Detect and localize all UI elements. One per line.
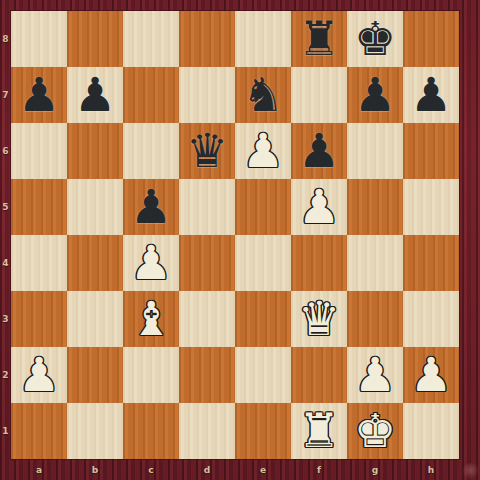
square-f4[interactable] [291, 235, 347, 291]
square-g2[interactable]: ♟ [347, 347, 403, 403]
square-b6[interactable] [67, 123, 123, 179]
square-a1[interactable] [11, 403, 67, 459]
file-label-e: e [235, 459, 291, 480]
square-e4[interactable] [235, 235, 291, 291]
square-d4[interactable] [179, 235, 235, 291]
piece-black-pawn[interactable]: ♟ [74, 71, 116, 118]
piece-black-pawn[interactable]: ♟ [354, 71, 396, 118]
square-d5[interactable] [179, 179, 235, 235]
square-h7[interactable]: ♟ [403, 67, 459, 123]
piece-white-rook[interactable]: ♜ [298, 407, 340, 454]
square-d2[interactable] [179, 347, 235, 403]
piece-black-rook[interactable]: ♜ [298, 15, 340, 62]
square-h6[interactable] [403, 123, 459, 179]
square-d6[interactable]: ♛ [179, 123, 235, 179]
file-label-b: b [67, 459, 123, 480]
piece-black-king[interactable]: ♚ [354, 15, 396, 62]
square-c1[interactable] [123, 403, 179, 459]
file-label-a: a [11, 459, 67, 480]
chess-board: ♜♚♟♟♞♟♟♛♟♟♟♟♟♝♛♟♟♟♜♚ [11, 11, 459, 459]
piece-white-pawn[interactable]: ♟ [130, 239, 172, 286]
square-c7[interactable] [123, 67, 179, 123]
square-e1[interactable] [235, 403, 291, 459]
piece-white-king[interactable]: ♚ [354, 407, 396, 454]
square-a5[interactable] [11, 179, 67, 235]
square-b1[interactable] [67, 403, 123, 459]
piece-white-pawn[interactable]: ♟ [242, 127, 284, 174]
square-c6[interactable] [123, 123, 179, 179]
square-g8[interactable]: ♚ [347, 11, 403, 67]
square-e6[interactable]: ♟ [235, 123, 291, 179]
square-g1[interactable]: ♚ [347, 403, 403, 459]
square-d8[interactable] [179, 11, 235, 67]
square-b3[interactable] [67, 291, 123, 347]
piece-black-pawn[interactable]: ♟ [298, 127, 340, 174]
square-a3[interactable] [11, 291, 67, 347]
rank-label-7: 7 [0, 67, 11, 123]
square-h8[interactable] [403, 11, 459, 67]
square-c4[interactable]: ♟ [123, 235, 179, 291]
piece-black-knight[interactable]: ♞ [242, 71, 284, 118]
square-b4[interactable] [67, 235, 123, 291]
square-f5[interactable]: ♟ [291, 179, 347, 235]
rank-label-1: 1 [0, 403, 11, 459]
board-frame: ♜♚♟♟♞♟♟♛♟♟♟♟♟♝♛♟♟♟♜♚ 87654321 abcdefgh [0, 0, 480, 480]
rank-label-5: 5 [0, 179, 11, 235]
rank-label-6: 6 [0, 123, 11, 179]
rank-label-4: 4 [0, 235, 11, 291]
square-a6[interactable] [11, 123, 67, 179]
piece-white-pawn[interactable]: ♟ [410, 351, 452, 398]
rank-label-8: 8 [0, 11, 11, 67]
square-e3[interactable] [235, 291, 291, 347]
square-e5[interactable] [235, 179, 291, 235]
square-c3[interactable]: ♝ [123, 291, 179, 347]
square-b5[interactable] [67, 179, 123, 235]
piece-white-pawn[interactable]: ♟ [18, 351, 60, 398]
square-h4[interactable] [403, 235, 459, 291]
file-label-g: g [347, 459, 403, 480]
piece-white-pawn[interactable]: ♟ [298, 183, 340, 230]
square-f7[interactable] [291, 67, 347, 123]
square-c5[interactable]: ♟ [123, 179, 179, 235]
square-c8[interactable] [123, 11, 179, 67]
rank-label-3: 3 [0, 291, 11, 347]
piece-black-pawn[interactable]: ♟ [18, 71, 60, 118]
square-g7[interactable]: ♟ [347, 67, 403, 123]
square-h5[interactable] [403, 179, 459, 235]
piece-black-pawn[interactable]: ♟ [410, 71, 452, 118]
square-h3[interactable] [403, 291, 459, 347]
file-label-f: f [291, 459, 347, 480]
file-label-c: c [123, 459, 179, 480]
square-f6[interactable]: ♟ [291, 123, 347, 179]
square-b8[interactable] [67, 11, 123, 67]
square-h1[interactable] [403, 403, 459, 459]
square-d1[interactable] [179, 403, 235, 459]
square-a8[interactable] [11, 11, 67, 67]
square-e8[interactable] [235, 11, 291, 67]
square-g6[interactable] [347, 123, 403, 179]
square-c2[interactable] [123, 347, 179, 403]
square-a2[interactable]: ♟ [11, 347, 67, 403]
file-label-h: h [403, 459, 459, 480]
square-g5[interactable] [347, 179, 403, 235]
square-f3[interactable]: ♛ [291, 291, 347, 347]
square-f1[interactable]: ♜ [291, 403, 347, 459]
square-a4[interactable] [11, 235, 67, 291]
rank-label-2: 2 [0, 347, 11, 403]
square-d7[interactable] [179, 67, 235, 123]
square-b7[interactable]: ♟ [67, 67, 123, 123]
square-e2[interactable] [235, 347, 291, 403]
piece-white-bishop[interactable]: ♝ [130, 295, 172, 342]
piece-white-queen[interactable]: ♛ [298, 295, 340, 342]
piece-white-pawn[interactable]: ♟ [354, 351, 396, 398]
file-label-d: d [179, 459, 235, 480]
piece-black-pawn[interactable]: ♟ [130, 183, 172, 230]
square-f8[interactable]: ♜ [291, 11, 347, 67]
piece-black-queen[interactable]: ♛ [186, 127, 228, 174]
corner-watermark [463, 463, 479, 479]
square-g3[interactable] [347, 291, 403, 347]
square-d3[interactable] [179, 291, 235, 347]
square-f2[interactable] [291, 347, 347, 403]
square-g4[interactable] [347, 235, 403, 291]
square-a7[interactable]: ♟ [11, 67, 67, 123]
square-h2[interactable]: ♟ [403, 347, 459, 403]
square-b2[interactable] [67, 347, 123, 403]
square-e7[interactable]: ♞ [235, 67, 291, 123]
